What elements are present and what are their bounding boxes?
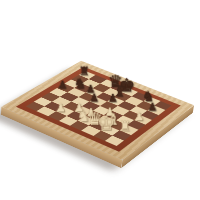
chess-board: ♜♛♚♞♝♟♞♟♟♟♟♟♟♟♟♝♜♟♞♛♚ [1,61,194,160]
board-frame: ♜♛♚♞♝♟♞♟♟♟♟♟♟♟♟♝♜♟♞♛♚ [1,61,194,160]
black-pawn: ♟ [57,79,67,90]
square-d5: ♟ [89,97,107,106]
product-photo-scene: ♜♛♚♞♝♟♞♟♟♟♟♟♟♟♟♝♜♟♞♛♚ [0,0,200,200]
